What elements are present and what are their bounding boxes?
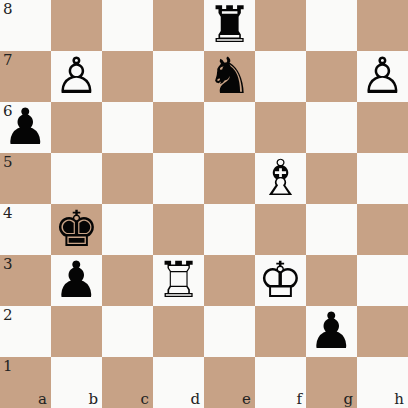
black-knight[interactable]: ♞ xyxy=(207,51,252,102)
square-e5[interactable] xyxy=(204,153,255,204)
square-d2[interactable] xyxy=(153,306,204,357)
square-e8[interactable]: ♜ xyxy=(204,0,255,51)
file-label-d: d xyxy=(190,392,200,407)
square-h5[interactable] xyxy=(357,153,408,204)
square-a5[interactable]: 5 xyxy=(0,153,51,204)
square-b5[interactable] xyxy=(51,153,102,204)
square-g3[interactable] xyxy=(306,255,357,306)
rank-label-2: 2 xyxy=(3,308,13,323)
square-c4[interactable] xyxy=(102,204,153,255)
square-a2[interactable]: 2 xyxy=(0,306,51,357)
square-f3[interactable]: ♔ xyxy=(255,255,306,306)
white-rook[interactable]: ♖ xyxy=(156,255,201,306)
file-label-h: h xyxy=(394,392,404,407)
rank-label-5: 5 xyxy=(3,155,13,170)
square-e4[interactable] xyxy=(204,204,255,255)
square-f5[interactable]: ♗ xyxy=(255,153,306,204)
square-a3[interactable]: 3 xyxy=(0,255,51,306)
square-b6[interactable] xyxy=(51,102,102,153)
black-pawn[interactable]: ♟ xyxy=(54,255,99,306)
square-d5[interactable] xyxy=(153,153,204,204)
square-g8[interactable] xyxy=(306,0,357,51)
square-c3[interactable] xyxy=(102,255,153,306)
square-e1[interactable]: e xyxy=(204,357,255,408)
rank-label-7: 7 xyxy=(3,53,13,68)
square-a4[interactable]: 4 xyxy=(0,204,51,255)
square-d1[interactable]: d xyxy=(153,357,204,408)
square-a1[interactable]: 1a xyxy=(0,357,51,408)
chess-board: 8♜7♙♞♙6♟5♗4♚3♟♖♔2♟1abcdefgh xyxy=(0,0,408,408)
white-pawn[interactable]: ♙ xyxy=(360,51,405,102)
square-d3[interactable]: ♖ xyxy=(153,255,204,306)
square-b4[interactable]: ♚ xyxy=(51,204,102,255)
square-b7[interactable]: ♙ xyxy=(51,51,102,102)
square-d6[interactable] xyxy=(153,102,204,153)
white-bishop[interactable]: ♗ xyxy=(258,153,303,204)
black-rook[interactable]: ♜ xyxy=(207,0,252,51)
square-b3[interactable]: ♟ xyxy=(51,255,102,306)
square-f8[interactable] xyxy=(255,0,306,51)
black-pawn[interactable]: ♟ xyxy=(3,102,48,153)
square-d4[interactable] xyxy=(153,204,204,255)
square-g7[interactable] xyxy=(306,51,357,102)
file-label-a: a xyxy=(38,392,47,407)
square-a7[interactable]: 7 xyxy=(0,51,51,102)
white-king[interactable]: ♔ xyxy=(258,255,303,306)
square-g5[interactable] xyxy=(306,153,357,204)
square-e2[interactable] xyxy=(204,306,255,357)
square-c6[interactable] xyxy=(102,102,153,153)
file-label-b: b xyxy=(88,392,98,407)
square-h7[interactable]: ♙ xyxy=(357,51,408,102)
square-g4[interactable] xyxy=(306,204,357,255)
square-h2[interactable] xyxy=(357,306,408,357)
square-g1[interactable]: g xyxy=(306,357,357,408)
square-h8[interactable] xyxy=(357,0,408,51)
square-h4[interactable] xyxy=(357,204,408,255)
square-c2[interactable] xyxy=(102,306,153,357)
square-f6[interactable] xyxy=(255,102,306,153)
white-pawn[interactable]: ♙ xyxy=(54,51,99,102)
file-label-c: c xyxy=(141,392,149,407)
square-g2[interactable]: ♟ xyxy=(306,306,357,357)
square-c8[interactable] xyxy=(102,0,153,51)
square-h6[interactable] xyxy=(357,102,408,153)
square-d8[interactable] xyxy=(153,0,204,51)
black-pawn[interactable]: ♟ xyxy=(309,306,354,357)
square-e6[interactable] xyxy=(204,102,255,153)
square-b2[interactable] xyxy=(51,306,102,357)
file-label-g: g xyxy=(343,392,353,407)
square-c7[interactable] xyxy=(102,51,153,102)
square-a8[interactable]: 8 xyxy=(0,0,51,51)
square-f1[interactable]: f xyxy=(255,357,306,408)
square-f7[interactable] xyxy=(255,51,306,102)
square-h1[interactable]: h xyxy=(357,357,408,408)
square-c5[interactable] xyxy=(102,153,153,204)
square-b1[interactable]: b xyxy=(51,357,102,408)
square-g6[interactable] xyxy=(306,102,357,153)
square-h3[interactable] xyxy=(357,255,408,306)
square-e7[interactable]: ♞ xyxy=(204,51,255,102)
square-c1[interactable]: c xyxy=(102,357,153,408)
square-a6[interactable]: 6♟ xyxy=(0,102,51,153)
rank-label-3: 3 xyxy=(3,257,13,272)
square-e3[interactable] xyxy=(204,255,255,306)
rank-label-1: 1 xyxy=(3,359,13,374)
rank-label-4: 4 xyxy=(3,206,13,221)
file-label-e: e xyxy=(242,392,251,407)
rank-label-8: 8 xyxy=(3,2,13,17)
square-b8[interactable] xyxy=(51,0,102,51)
square-f4[interactable] xyxy=(255,204,306,255)
square-f2[interactable] xyxy=(255,306,306,357)
file-label-f: f xyxy=(296,392,302,407)
square-d7[interactable] xyxy=(153,51,204,102)
black-king[interactable]: ♚ xyxy=(54,204,99,255)
